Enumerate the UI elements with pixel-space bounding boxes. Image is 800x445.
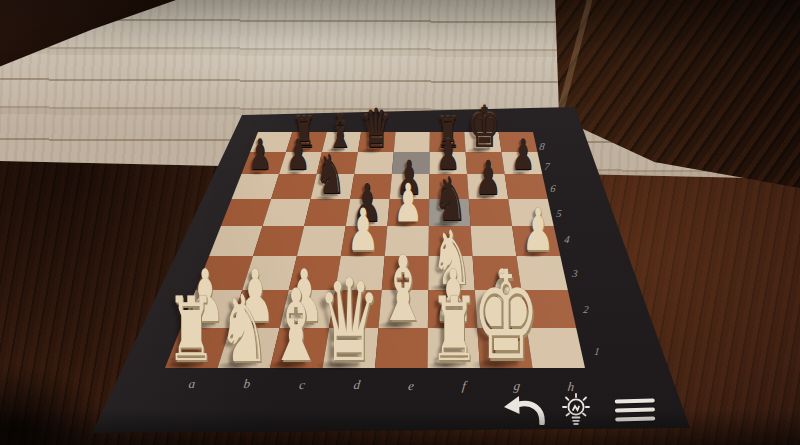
undo-button[interactable] xyxy=(501,395,545,425)
file-label-b: b xyxy=(243,376,251,392)
hamburger-menu-icon xyxy=(615,408,655,413)
rank-label-8: 8 xyxy=(539,141,545,152)
file-label-d: d xyxy=(353,377,361,393)
rank-label-5: 5 xyxy=(556,208,562,219)
file-label-g: g xyxy=(513,378,521,394)
hamburger-menu-icon xyxy=(615,417,655,422)
file-label-c: c xyxy=(298,377,305,393)
file-label-f: f xyxy=(461,378,466,394)
undo-arrow-icon xyxy=(501,395,545,425)
menu-button[interactable] xyxy=(615,397,658,424)
rank-label-7: 7 xyxy=(544,161,550,172)
lightbulb-icon xyxy=(559,392,593,430)
board-coordinates: abcdefgh12345678 xyxy=(0,0,800,445)
rank-label-6: 6 xyxy=(550,183,556,194)
hamburger-menu-icon xyxy=(615,399,655,404)
rank-label-3: 3 xyxy=(572,268,578,279)
rank-label-1: 1 xyxy=(594,346,600,357)
chess-game-scene: ♜♝♛♜♚♟♟♟♟♞♟♟♟♟♞♟♟♞♟♟♟♝♟♟♜♞♝♛♜♚ abcdefgh1… xyxy=(0,0,800,445)
file-label-a: a xyxy=(188,376,196,392)
rank-label-4: 4 xyxy=(564,234,570,245)
hint-button[interactable] xyxy=(559,392,593,430)
rank-label-2: 2 xyxy=(583,304,589,315)
file-label-e: e xyxy=(407,378,414,394)
